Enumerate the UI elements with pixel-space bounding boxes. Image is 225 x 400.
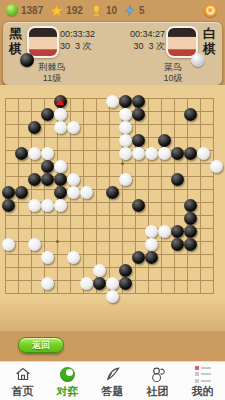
white-stone [145, 238, 158, 251]
black-stone [184, 225, 197, 238]
coins-value: 1387 [21, 5, 43, 16]
white-stone [132, 147, 145, 160]
lightning-icon [124, 4, 136, 17]
white-stone [41, 147, 54, 160]
currency-trophies: 10 [90, 4, 117, 17]
black-stone [93, 277, 106, 290]
players-panel: 黑棋 00:33:3230 3 次 荆棘鸟11级 白棋 00:34:2730 3… [2, 21, 223, 86]
quill-icon [104, 366, 122, 383]
white-stone [80, 277, 93, 290]
stars-value: 192 [66, 5, 83, 16]
black-stone [41, 173, 54, 186]
nav-label: 答题 [102, 384, 124, 399]
white-byoyomi: 30 3 次 [133, 41, 165, 51]
white-player-info: 菜鸟10级 [138, 62, 208, 85]
orange-coin-icon[interactable] [204, 4, 217, 17]
white-side-label: 白棋 [202, 27, 217, 57]
white-player-name: 菜鸟 [164, 62, 182, 72]
black-stone [132, 95, 145, 108]
white-stone [67, 251, 80, 264]
black-stone [132, 199, 145, 212]
black-stone [132, 251, 145, 264]
white-stone [106, 277, 119, 290]
nav-label: 对弈 [57, 384, 79, 399]
white-stone [119, 108, 132, 121]
top-bar: 1387 192 10 5 [0, 0, 225, 20]
black-stone [171, 238, 184, 251]
star-point [56, 240, 59, 243]
black-stone [184, 147, 197, 160]
white-stone [106, 95, 119, 108]
white-stone [54, 108, 67, 121]
last-move-triangle-marker [56, 98, 64, 105]
bottom-nav: 首页对弈答题社团我的 [0, 361, 225, 400]
black-stone [119, 264, 132, 277]
black-side-label: 黑棋 [8, 27, 23, 57]
white-stone [197, 147, 210, 160]
white-stone [119, 121, 132, 134]
white-stone [158, 225, 171, 238]
white-timers: 00:34:2730 3 次 [130, 28, 165, 52]
black-stone [171, 147, 184, 160]
nav-label: 社团 [147, 384, 169, 399]
currency-stars: 192 [50, 4, 83, 17]
black-stone [132, 108, 145, 121]
black-stone [41, 160, 54, 173]
black-stone [184, 199, 197, 212]
black-avatar[interactable] [27, 26, 59, 58]
white-stone [158, 147, 171, 160]
black-stone [184, 108, 197, 121]
trophy-icon [90, 4, 103, 17]
star-point [121, 162, 124, 165]
white-player-rank: 10级 [163, 73, 182, 83]
white-stone [119, 134, 132, 147]
black-stone [171, 173, 184, 186]
white-stone [54, 160, 67, 173]
black-stone [54, 173, 67, 186]
list-icon [194, 366, 212, 383]
currency-energy: 5 [124, 4, 145, 17]
black-player-info: 荆棘鸟11级 [17, 62, 87, 85]
black-stone [158, 134, 171, 147]
nav-label: 我的 [192, 384, 214, 399]
nav-item-home[interactable]: 首页 [0, 362, 45, 400]
black-stone [119, 277, 132, 290]
nav-item-club[interactable]: 社团 [135, 362, 180, 400]
black-stone [184, 212, 197, 225]
energy-value: 5 [139, 5, 145, 16]
white-stone [54, 199, 67, 212]
currency-coins: 1387 [6, 4, 43, 16]
white-stone [210, 160, 223, 173]
black-stone [41, 108, 54, 121]
white-stone [67, 173, 80, 186]
back-button[interactable]: 返回 [18, 337, 64, 353]
white-main-time: 00:34:27 [130, 29, 165, 39]
nav-item-quiz[interactable]: 答题 [90, 362, 135, 400]
app-screen: 1387 192 10 5 黑棋 00:33:3230 3 次 荆棘鸟11级 白… [0, 0, 225, 400]
black-timers: 00:33:3230 3 次 [60, 28, 95, 52]
white-stone [67, 121, 80, 134]
white-stone [93, 264, 106, 277]
go-board[interactable] [0, 85, 225, 331]
black-stone [119, 95, 132, 108]
white-stone [41, 277, 54, 290]
black-stone [15, 186, 28, 199]
black-stone [2, 186, 15, 199]
trophies-value: 10 [106, 5, 117, 16]
nav-item-play[interactable]: 对弈 [45, 362, 90, 400]
black-stone [28, 173, 41, 186]
black-stone-last-move [54, 95, 67, 108]
black-stone [132, 134, 145, 147]
black-stone [171, 225, 184, 238]
black-stone [106, 186, 119, 199]
white-stone [119, 147, 132, 160]
white-stone [28, 199, 41, 212]
black-stone [54, 186, 67, 199]
white-stone [106, 290, 119, 303]
white-stone [41, 199, 54, 212]
black-stone [145, 251, 158, 264]
go-stone-icon [59, 366, 77, 383]
white-stone [67, 186, 80, 199]
star-icon [50, 4, 63, 17]
white-stone [28, 238, 41, 251]
people-icon [149, 366, 167, 383]
black-stone [15, 147, 28, 160]
white-stone [28, 147, 41, 160]
white-stone [54, 121, 67, 134]
black-player-rank: 11级 [43, 73, 61, 83]
white-stone [119, 173, 132, 186]
green-ball-icon [6, 4, 18, 16]
nav-item-mine[interactable]: 我的 [180, 362, 225, 400]
white-stone [145, 147, 158, 160]
black-stone [2, 199, 15, 212]
black-byoyomi: 30 3 次 [60, 41, 92, 51]
black-stone [184, 238, 197, 251]
home-icon [14, 366, 32, 383]
black-stone [28, 121, 41, 134]
black-player-name: 荆棘鸟 [39, 62, 66, 72]
white-stone [145, 225, 158, 238]
white-stone [80, 186, 93, 199]
nav-label: 首页 [12, 384, 34, 399]
white-stone [41, 251, 54, 264]
black-main-time: 00:33:32 [60, 29, 95, 39]
white-stone [2, 238, 15, 251]
